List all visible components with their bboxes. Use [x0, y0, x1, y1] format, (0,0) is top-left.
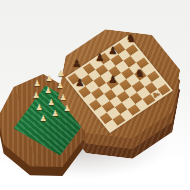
product-photo: ♞♟♟♟♞♟♟♟♟♟♟♟♟♟♟♟♟♟♟♟ [0, 0, 190, 190]
